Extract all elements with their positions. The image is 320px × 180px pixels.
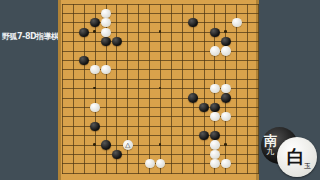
grid-line-vertical — [247, 4, 248, 174]
star-point — [93, 30, 96, 33]
black-stone — [210, 103, 220, 112]
go-board: △ — [58, 0, 259, 180]
white-stone — [101, 28, 111, 37]
black-stone — [199, 103, 209, 112]
black-stone — [90, 18, 100, 27]
white-stone — [90, 65, 100, 74]
grid-line-vertical — [171, 4, 172, 174]
board-left-edge-shade — [58, 0, 61, 180]
grid-line-vertical — [204, 4, 205, 174]
star-point — [93, 143, 96, 146]
black-stone — [79, 28, 89, 37]
right-panel: 南 九 白 玉 — [259, 0, 320, 180]
grid-line-vertical — [193, 4, 194, 174]
white-stone — [210, 112, 220, 121]
black-stone — [210, 28, 220, 37]
white-stone — [210, 84, 220, 93]
white-stone — [145, 159, 155, 168]
black-stone — [199, 131, 209, 140]
white-stone — [210, 150, 220, 159]
white-stone — [101, 65, 111, 74]
white-stone — [221, 46, 231, 55]
white-stone — [210, 46, 220, 55]
white-stone — [101, 9, 111, 18]
white-stone — [221, 159, 231, 168]
black-stone — [79, 56, 89, 65]
black-stone — [188, 18, 198, 27]
black-stone — [221, 93, 231, 102]
white-stone — [232, 18, 242, 27]
white-stone — [221, 112, 231, 121]
last-move-marker: △ — [123, 140, 133, 149]
logo-white-stone: 白 玉 — [277, 137, 317, 177]
white-stone — [90, 103, 100, 112]
grid-line-vertical — [236, 4, 237, 174]
black-stone — [90, 122, 100, 131]
star-point — [224, 143, 227, 146]
star-point — [224, 30, 227, 33]
white-stone — [221, 84, 231, 93]
black-stone — [188, 93, 198, 102]
left-panel: 野狐7-8D指導棋 — [0, 0, 58, 180]
black-stone — [101, 140, 111, 149]
game-title-overlay: 野狐7-8D指導棋 — [2, 32, 57, 42]
video-frame: 野狐7-8D指導棋 △ 南 九 白 玉 — [0, 0, 320, 180]
white-stone — [210, 159, 220, 168]
black-stone — [210, 131, 220, 140]
logo-black-stone-subchar: 九 — [266, 146, 274, 157]
grid-line-horizontal — [62, 154, 259, 155]
grid-line-horizontal — [62, 135, 259, 136]
channel-logo: 南 九 白 玉 — [261, 125, 319, 177]
white-stone — [101, 18, 111, 27]
grid-line-vertical — [182, 4, 183, 174]
black-stone — [112, 150, 122, 159]
black-stone — [112, 37, 122, 46]
white-stone — [210, 140, 220, 149]
black-stone — [101, 37, 111, 46]
grid-line-horizontal — [62, 173, 259, 174]
logo-white-stone-subchar: 玉 — [304, 161, 311, 171]
logo-white-stone-char: 白 — [287, 145, 305, 169]
white-stone — [156, 159, 166, 168]
black-stone — [221, 37, 231, 46]
white-stone: △ — [123, 140, 133, 149]
